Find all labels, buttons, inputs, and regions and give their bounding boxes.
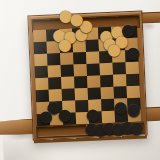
square-g5[interactable]	[113, 74, 127, 87]
square-e6[interactable]	[88, 87, 102, 100]
photo-rotation-group: ●●●●●●●●●●●●●●●●●●●●●●●●●●	[0, 0, 160, 160]
square-c5[interactable]	[61, 77, 75, 90]
light-piece-c2[interactable]: ●	[57, 38, 72, 53]
square-e5[interactable]	[87, 75, 101, 88]
square-h5[interactable]	[126, 74, 140, 87]
square-d6[interactable]	[75, 88, 89, 101]
square-a1[interactable]	[33, 30, 47, 43]
square-e3[interactable]	[86, 51, 100, 64]
tray-dark-piece-6[interactable]: ●	[129, 121, 144, 136]
square-d3[interactable]	[73, 52, 87, 65]
square-g4[interactable]	[113, 62, 127, 75]
square-h4[interactable]	[126, 62, 140, 75]
square-a2[interactable]	[34, 42, 48, 55]
square-b5[interactable]	[48, 77, 62, 90]
dark-piece-c8[interactable]: ●	[57, 108, 72, 123]
dark-piece-a8[interactable]: ●	[39, 109, 54, 124]
square-f5[interactable]	[100, 75, 114, 88]
wooden-game-box: ●●●●●●●●●●●●●●●●●●●●●●●●●●	[27, 10, 147, 140]
tray-light-piece-2[interactable]: ●	[69, 12, 84, 27]
square-d5[interactable]	[74, 76, 88, 89]
square-e4[interactable]	[87, 63, 101, 76]
dark-piece-h8[interactable]: ●	[126, 103, 141, 118]
square-c3[interactable]	[60, 53, 74, 66]
square-d4[interactable]	[74, 64, 88, 77]
square-b3[interactable]	[47, 53, 61, 66]
square-c4[interactable]	[61, 65, 75, 78]
light-piece-g3[interactable]: ●	[107, 42, 122, 57]
dark-piece-h3[interactable]: ●	[126, 46, 141, 61]
square-b4[interactable]	[48, 65, 62, 78]
scene: ●●●●●●●●●●●●●●●●●●●●●●●●●●	[0, 0, 160, 160]
square-a3[interactable]	[34, 54, 48, 67]
square-c6[interactable]	[62, 89, 76, 102]
square-a4[interactable]	[35, 66, 49, 79]
square-f4[interactable]	[100, 63, 114, 76]
square-a5[interactable]	[35, 78, 49, 91]
square-h6[interactable]	[127, 86, 141, 99]
